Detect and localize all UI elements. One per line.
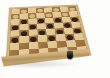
board-shadow xyxy=(2,60,82,68)
checkers-set-photo: ●●●●●●●●●●●●●●●●●●●●●●●● xyxy=(0,0,110,78)
clasp-latch-icon[interactable] xyxy=(67,51,73,59)
